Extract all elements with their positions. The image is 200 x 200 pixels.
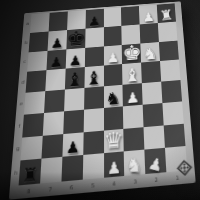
square-d3: ♝: [122, 63, 142, 85]
square-f8: [22, 113, 44, 137]
square-c6: ♟: [65, 48, 84, 69]
square-h2: ♟: [145, 148, 167, 174]
board-grid: ♟♟♜♟♚♟♟♟♚♞♝♝♝♞♟♟♛♜♟♞♟: [19, 3, 188, 185]
white-knight-h3: ♞: [124, 155, 146, 175]
square-a8: [30, 13, 49, 33]
square-b2: [140, 23, 159, 43]
bottom-label-6: 6: [61, 182, 83, 193]
square-g8: [20, 135, 42, 160]
square-b6: ♚: [66, 28, 85, 49]
square-g7: [41, 134, 63, 159]
square-h7: [40, 157, 62, 183]
square-g6: ♟: [62, 132, 83, 157]
square-h8: ♜: [19, 159, 42, 186]
board-brand-logo-icon: [175, 157, 193, 180]
square-g3: [124, 127, 145, 152]
square-e3: ♟: [123, 83, 143, 106]
square-a1: ♜: [157, 3, 176, 22]
square-b3: [122, 24, 141, 44]
square-h6: [61, 155, 83, 181]
square-g5: [83, 130, 104, 155]
square-c7: ♟: [46, 49, 66, 70]
square-e7: [44, 90, 65, 113]
square-f1: [163, 101, 184, 125]
square-d4: [103, 64, 122, 86]
bottom-label-3: 3: [125, 176, 146, 187]
square-b4: [103, 26, 122, 46]
square-e5: [84, 86, 104, 109]
square-a6: [67, 10, 86, 30]
chess-board: ♟♟♜♟♚♟♟♟♚♞♝♝♝♞♟♟♛♜♟♞♟ 87654321 abcdefgh: [9, 1, 196, 199]
black-rook-h8: ♜: [19, 165, 41, 185]
square-c2: ♞: [141, 42, 161, 63]
bottom-label-8: 8: [18, 186, 40, 197]
bottom-label-4: 4: [104, 178, 125, 189]
square-a3: [121, 6, 140, 26]
square-a5: ♟: [85, 9, 103, 29]
square-c3: ♚: [122, 43, 141, 64]
bottom-label-7: 7: [39, 184, 61, 195]
white-pawn-h2: ♟: [143, 155, 167, 176]
square-c1: [159, 40, 179, 61]
square-f6: [63, 109, 84, 133]
white-knight-c2: ♞: [141, 46, 160, 63]
square-a2: ♟: [139, 5, 158, 25]
square-d1: [160, 60, 180, 82]
square-e4: ♞: [103, 85, 123, 108]
white-pawn-h4: ♟: [104, 160, 125, 178]
bottom-label-5: 5: [82, 180, 103, 191]
square-g2: [144, 125, 165, 150]
square-c5: [84, 46, 103, 67]
square-c4: ♟: [103, 45, 122, 66]
square-h4: ♟: [104, 152, 125, 178]
black-bishop-d6: ♝: [65, 70, 85, 90]
white-queen-g4: ♛: [104, 129, 125, 153]
bottom-label-2: 2: [146, 174, 167, 185]
square-h3: ♞: [124, 150, 145, 176]
black-knight-e4: ♞: [103, 89, 123, 108]
square-e2: [142, 82, 162, 105]
white-king-c3: ♚: [122, 43, 141, 64]
black-king-b6: ♚: [66, 28, 85, 49]
square-b1: [158, 21, 177, 41]
white-bishop-d3: ♝: [122, 65, 142, 85]
square-g4: ♛: [104, 128, 125, 153]
square-d5: ♝: [84, 66, 103, 88]
square-f4: [103, 106, 123, 130]
square-d8: [26, 70, 47, 92]
square-e6: [64, 88, 84, 111]
square-f7: [43, 111, 64, 135]
square-e8: [24, 91, 45, 114]
square-g1: [164, 123, 186, 148]
square-f2: [143, 103, 164, 127]
chess-photo: ♟♟♜♟♚♟♟♟♚♞♝♝♝♞♟♟♛♜♟♞♟ 87654321 abcdefgh: [0, 0, 200, 200]
square-a7: [49, 11, 68, 31]
square-h5: [82, 153, 103, 179]
square-d2: [141, 61, 161, 83]
square-d6: ♝: [65, 67, 85, 89]
square-e1: [161, 80, 182, 103]
square-c8: [27, 50, 47, 71]
square-b8: [29, 31, 49, 52]
black-bishop-d5: ♝: [84, 68, 103, 88]
square-d7: [45, 69, 65, 91]
square-f5: [83, 108, 103, 132]
square-f3: [123, 104, 144, 128]
square-b5: [85, 27, 104, 47]
square-a4: [103, 7, 121, 27]
square-b7: ♟: [47, 30, 66, 51]
